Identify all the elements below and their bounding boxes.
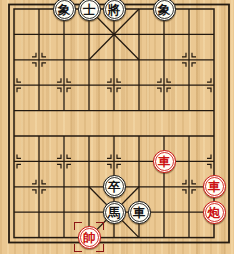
piece-black-elephant-left[interactable]: 象 (53, 0, 76, 21)
piece-black-advisor[interactable]: 士 (78, 0, 101, 21)
piece-black-chariot[interactable]: 車 (128, 201, 151, 224)
piece-glyph: 卒 (108, 181, 121, 194)
piece-red-chariot-2[interactable]: 車 (203, 175, 226, 198)
piece-red-chariot-1[interactable]: 車 (153, 150, 176, 173)
piece-black-general[interactable]: 將 (103, 0, 126, 21)
piece-red-cannon[interactable]: 炮 (203, 201, 226, 224)
piece-glyph: 炮 (208, 206, 221, 219)
piece-glyph: 車 (158, 156, 171, 169)
xiangqi-board: 象士將象車卒車馬車炮帥 (0, 0, 234, 254)
piece-glyph: 車 (208, 181, 221, 194)
piece-black-soldier[interactable]: 卒 (103, 175, 126, 198)
piece-glyph: 帥 (83, 232, 96, 245)
piece-glyph: 象 (158, 3, 171, 16)
piece-glyph: 車 (133, 206, 146, 219)
piece-glyph: 士 (83, 3, 96, 16)
piece-black-elephant-right[interactable]: 象 (153, 0, 176, 21)
piece-black-horse[interactable]: 馬 (103, 201, 126, 224)
piece-grid: 象士將象車卒車馬車炮帥 (2, 0, 227, 250)
piece-glyph: 馬 (108, 206, 121, 219)
piece-red-general[interactable]: 帥 (78, 226, 101, 249)
piece-glyph: 將 (108, 3, 121, 16)
piece-glyph: 象 (58, 3, 71, 16)
